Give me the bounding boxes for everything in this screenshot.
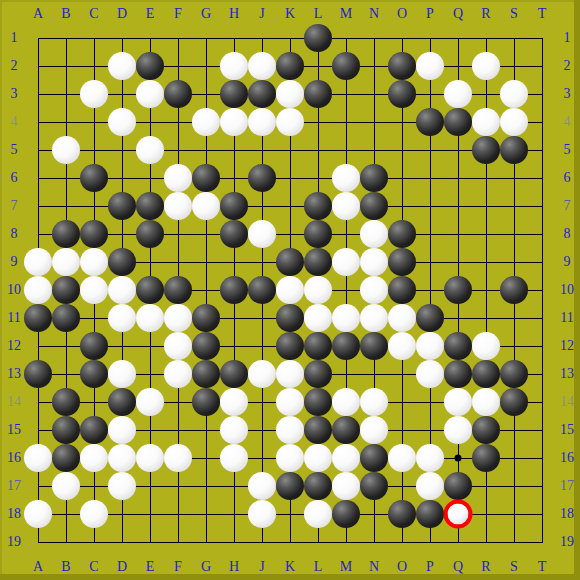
stone-black xyxy=(136,276,164,304)
col-label-bottom: B xyxy=(61,560,70,574)
stone-black xyxy=(500,276,528,304)
stone-black xyxy=(304,24,332,52)
stone-white xyxy=(220,52,248,80)
stone-white xyxy=(108,304,136,332)
stone-white xyxy=(164,304,192,332)
row-label-left: 9 xyxy=(11,255,18,269)
stone-white xyxy=(416,472,444,500)
stone-black xyxy=(304,472,332,500)
stone-black xyxy=(332,52,360,80)
stone-white xyxy=(444,416,472,444)
stone-white xyxy=(24,444,52,472)
stone-black xyxy=(360,444,388,472)
col-label-bottom: O xyxy=(397,560,407,574)
col-label-top: E xyxy=(146,7,155,21)
col-label-bottom: G xyxy=(201,560,211,574)
stone-black xyxy=(388,276,416,304)
col-label-top: L xyxy=(314,7,323,21)
stone-white xyxy=(108,444,136,472)
row-label-left: 6 xyxy=(11,171,18,185)
stone-white xyxy=(248,220,276,248)
stone-black xyxy=(24,304,52,332)
stone-white xyxy=(80,276,108,304)
stone-white xyxy=(416,444,444,472)
stone-white xyxy=(360,388,388,416)
col-label-top: G xyxy=(201,7,211,21)
stone-white xyxy=(52,136,80,164)
stone-black xyxy=(248,80,276,108)
row-label-left: 8 xyxy=(11,227,18,241)
stone-white xyxy=(164,192,192,220)
stone-black xyxy=(388,80,416,108)
col-label-top: B xyxy=(61,7,70,21)
stone-white xyxy=(276,108,304,136)
stone-black xyxy=(304,248,332,276)
row-label-right: 8 xyxy=(564,227,571,241)
stone-black xyxy=(416,108,444,136)
stone-white xyxy=(220,444,248,472)
row-label-left: 3 xyxy=(11,87,18,101)
stone-black xyxy=(220,220,248,248)
stone-white xyxy=(416,52,444,80)
stone-black xyxy=(276,472,304,500)
stone-white xyxy=(332,164,360,192)
stone-white xyxy=(472,388,500,416)
stone-black xyxy=(192,388,220,416)
stone-white xyxy=(248,52,276,80)
stone-black xyxy=(276,52,304,80)
stone-white xyxy=(192,192,220,220)
col-label-top: Q xyxy=(453,7,463,21)
stone-white xyxy=(52,248,80,276)
row-label-right: 13 xyxy=(560,367,574,381)
row-label-right: 11 xyxy=(560,311,573,325)
last-move-stone-white xyxy=(444,500,473,529)
stone-black xyxy=(304,332,332,360)
stone-black xyxy=(136,52,164,80)
row-label-left: 4 xyxy=(11,115,18,129)
row-label-left: 17 xyxy=(7,479,21,493)
stone-black xyxy=(192,360,220,388)
stone-white xyxy=(136,136,164,164)
col-label-bottom: E xyxy=(146,560,155,574)
stone-white xyxy=(80,248,108,276)
stone-black xyxy=(192,304,220,332)
grid-vline xyxy=(542,38,543,543)
row-label-right: 3 xyxy=(564,87,571,101)
stone-black xyxy=(220,80,248,108)
col-label-top: S xyxy=(510,7,518,21)
stone-black xyxy=(444,276,472,304)
stone-black xyxy=(444,360,472,388)
col-label-top: K xyxy=(285,7,295,21)
stone-white xyxy=(248,108,276,136)
stone-black xyxy=(332,332,360,360)
row-label-right: 2 xyxy=(564,59,571,73)
stone-black xyxy=(500,388,528,416)
stone-black xyxy=(108,388,136,416)
stone-white xyxy=(276,444,304,472)
col-label-bottom: L xyxy=(314,560,323,574)
stone-white xyxy=(416,332,444,360)
stone-black xyxy=(80,220,108,248)
stone-black xyxy=(52,444,80,472)
stone-black xyxy=(304,80,332,108)
stone-white xyxy=(388,444,416,472)
col-label-bottom: F xyxy=(174,560,182,574)
stone-black xyxy=(136,192,164,220)
stone-black xyxy=(388,500,416,528)
stone-white xyxy=(136,304,164,332)
col-label-top: O xyxy=(397,7,407,21)
row-label-right: 7 xyxy=(564,199,571,213)
row-label-left: 1 xyxy=(11,31,18,45)
row-label-right: 10 xyxy=(560,283,574,297)
stone-black xyxy=(80,416,108,444)
stone-black xyxy=(276,304,304,332)
stone-white xyxy=(360,304,388,332)
stone-white xyxy=(108,416,136,444)
stone-white xyxy=(388,332,416,360)
stone-white xyxy=(248,360,276,388)
stone-white xyxy=(276,416,304,444)
stone-black xyxy=(388,52,416,80)
stone-white xyxy=(444,388,472,416)
row-label-right: 16 xyxy=(560,451,574,465)
stone-white xyxy=(332,192,360,220)
grid-hline xyxy=(38,542,543,543)
go-board[interactable]: AABBCCDDEEFFGGHHJJKKLLMMNNOOPPQQRRSSTT11… xyxy=(0,0,580,580)
stone-white xyxy=(108,108,136,136)
stone-black xyxy=(360,472,388,500)
stone-white xyxy=(472,108,500,136)
col-label-bottom: A xyxy=(33,560,43,574)
stone-white xyxy=(332,444,360,472)
col-label-bottom: N xyxy=(369,560,379,574)
stone-white xyxy=(248,472,276,500)
stone-black xyxy=(80,360,108,388)
row-label-left: 16 xyxy=(7,451,21,465)
row-label-right: 15 xyxy=(560,423,574,437)
stone-white xyxy=(164,444,192,472)
stone-black xyxy=(444,108,472,136)
stone-white xyxy=(108,276,136,304)
stone-black xyxy=(360,192,388,220)
stone-white xyxy=(332,472,360,500)
row-label-right: 14 xyxy=(560,395,574,409)
stone-black xyxy=(52,388,80,416)
stone-white xyxy=(136,80,164,108)
col-label-bottom: T xyxy=(538,560,547,574)
stone-white xyxy=(220,388,248,416)
stone-black xyxy=(500,136,528,164)
stone-black xyxy=(164,276,192,304)
stone-white xyxy=(164,332,192,360)
stone-black xyxy=(136,220,164,248)
stone-black xyxy=(360,164,388,192)
row-label-left: 14 xyxy=(7,395,21,409)
stone-black xyxy=(52,304,80,332)
stone-white xyxy=(416,360,444,388)
stone-black xyxy=(276,248,304,276)
stone-black xyxy=(108,248,136,276)
stone-white xyxy=(472,332,500,360)
stone-white xyxy=(360,248,388,276)
row-label-left: 2 xyxy=(11,59,18,73)
col-label-top: A xyxy=(33,7,43,21)
stone-black xyxy=(276,332,304,360)
row-label-left: 11 xyxy=(7,311,20,325)
col-label-top: T xyxy=(538,7,547,21)
stone-black xyxy=(248,164,276,192)
col-label-top: J xyxy=(259,7,264,21)
stone-white xyxy=(388,304,416,332)
stone-white xyxy=(136,388,164,416)
stone-black xyxy=(80,332,108,360)
stone-black xyxy=(304,360,332,388)
stone-white xyxy=(80,444,108,472)
col-label-bottom: K xyxy=(285,560,295,574)
stone-black xyxy=(108,192,136,220)
stone-white xyxy=(108,360,136,388)
row-label-left: 18 xyxy=(7,507,21,521)
row-label-left: 5 xyxy=(11,143,18,157)
col-label-top: F xyxy=(174,7,182,21)
stone-black xyxy=(220,360,248,388)
row-label-right: 12 xyxy=(560,339,574,353)
col-label-top: N xyxy=(369,7,379,21)
stone-black xyxy=(332,500,360,528)
stone-white xyxy=(304,444,332,472)
stone-black xyxy=(444,472,472,500)
col-label-top: P xyxy=(426,7,434,21)
col-label-top: H xyxy=(229,7,239,21)
stone-black xyxy=(80,164,108,192)
stone-black xyxy=(220,192,248,220)
stone-black xyxy=(52,220,80,248)
row-label-right: 1 xyxy=(564,31,571,45)
stone-black xyxy=(416,500,444,528)
row-label-right: 5 xyxy=(564,143,571,157)
col-label-top: M xyxy=(340,7,352,21)
stone-black xyxy=(472,444,500,472)
stone-black xyxy=(248,276,276,304)
stone-black xyxy=(332,416,360,444)
stone-white xyxy=(332,388,360,416)
stone-white xyxy=(24,500,52,528)
stone-white xyxy=(164,360,192,388)
stone-black xyxy=(472,416,500,444)
stone-black xyxy=(304,192,332,220)
stone-white xyxy=(192,108,220,136)
row-label-left: 19 xyxy=(7,535,21,549)
row-label-right: 19 xyxy=(560,535,574,549)
stone-white xyxy=(332,304,360,332)
row-label-left: 10 xyxy=(7,283,21,297)
stone-white xyxy=(220,416,248,444)
hoshi-point xyxy=(455,455,462,462)
stone-white xyxy=(276,276,304,304)
row-label-right: 9 xyxy=(564,255,571,269)
stone-white xyxy=(108,52,136,80)
row-label-left: 7 xyxy=(11,199,18,213)
stone-black xyxy=(500,360,528,388)
col-label-bottom: S xyxy=(510,560,518,574)
stone-white xyxy=(276,360,304,388)
stone-black xyxy=(220,276,248,304)
stone-black xyxy=(52,416,80,444)
row-label-right: 4 xyxy=(564,115,571,129)
stone-black xyxy=(164,80,192,108)
row-label-left: 12 xyxy=(7,339,21,353)
stone-black xyxy=(388,248,416,276)
col-label-bottom: D xyxy=(117,560,127,574)
row-label-left: 15 xyxy=(7,423,21,437)
stone-white xyxy=(24,276,52,304)
col-label-top: C xyxy=(89,7,98,21)
stone-black xyxy=(388,220,416,248)
stone-white xyxy=(136,444,164,472)
stone-white xyxy=(108,472,136,500)
stone-white xyxy=(304,276,332,304)
col-label-bottom: C xyxy=(89,560,98,574)
col-label-bottom: Q xyxy=(453,560,463,574)
stone-black xyxy=(304,388,332,416)
stone-white xyxy=(80,500,108,528)
stone-white xyxy=(360,220,388,248)
stone-black xyxy=(192,164,220,192)
stone-white xyxy=(332,248,360,276)
row-label-right: 17 xyxy=(560,479,574,493)
stone-black xyxy=(304,220,332,248)
col-label-top: R xyxy=(481,7,490,21)
col-label-top: D xyxy=(117,7,127,21)
col-label-bottom: R xyxy=(481,560,490,574)
stone-white xyxy=(360,276,388,304)
stone-black xyxy=(360,332,388,360)
stone-black xyxy=(472,136,500,164)
row-label-right: 18 xyxy=(560,507,574,521)
row-label-left: 13 xyxy=(7,367,21,381)
stone-white xyxy=(220,108,248,136)
stone-white xyxy=(500,80,528,108)
stone-black xyxy=(52,276,80,304)
col-label-bottom: H xyxy=(229,560,239,574)
stone-white xyxy=(276,80,304,108)
stone-black xyxy=(24,360,52,388)
stone-white xyxy=(24,248,52,276)
stone-white xyxy=(444,80,472,108)
stone-white xyxy=(52,472,80,500)
stone-white xyxy=(472,52,500,80)
stone-black xyxy=(192,332,220,360)
stone-white xyxy=(276,388,304,416)
col-label-bottom: M xyxy=(340,560,352,574)
stone-black xyxy=(472,360,500,388)
stone-white xyxy=(164,164,192,192)
stone-white xyxy=(304,500,332,528)
col-label-bottom: P xyxy=(426,560,434,574)
stone-black xyxy=(444,332,472,360)
stone-white xyxy=(248,500,276,528)
stone-white xyxy=(304,304,332,332)
col-label-bottom: J xyxy=(259,560,264,574)
stone-white xyxy=(360,416,388,444)
stone-white xyxy=(80,80,108,108)
stone-white xyxy=(500,108,528,136)
stone-black xyxy=(416,304,444,332)
row-label-right: 6 xyxy=(564,171,571,185)
stone-black xyxy=(304,416,332,444)
